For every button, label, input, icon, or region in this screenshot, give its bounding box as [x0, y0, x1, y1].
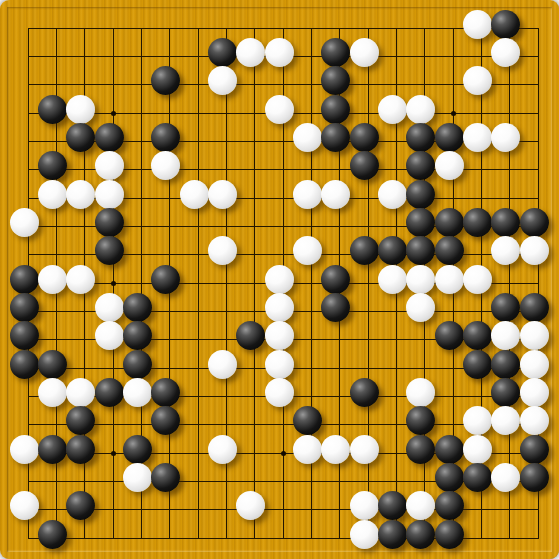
black-stone [123, 435, 152, 464]
board-point-8-2[interactable] [241, 71, 269, 99]
board-point-5-18[interactable] [156, 524, 184, 552]
board-point-16-5[interactable] [468, 156, 496, 184]
board-point-7-18[interactable] [213, 524, 241, 552]
black-stone [95, 208, 124, 237]
white-stone [350, 38, 379, 67]
board-point-8-8[interactable] [241, 241, 269, 269]
board-point-7-9[interactable] [213, 269, 241, 297]
board-point-10-11[interactable] [298, 326, 326, 354]
board-point-7-13[interactable] [213, 383, 241, 411]
white-stone [463, 10, 492, 39]
board-point-18-5[interactable] [524, 156, 552, 184]
board-frame [0, 0, 559, 559]
board-point-5-10[interactable] [156, 298, 184, 326]
white-stone [520, 378, 549, 407]
board-point-8-5[interactable] [241, 156, 269, 184]
board-point-0-1[interactable] [14, 43, 42, 71]
black-stone [10, 265, 39, 294]
black-stone [520, 463, 549, 492]
board-point-4-7[interactable] [128, 213, 156, 241]
board-point-2-0[interactable] [71, 14, 99, 42]
black-stone [350, 378, 379, 407]
white-stone [265, 378, 294, 407]
board-point-9-18[interactable] [269, 524, 297, 552]
white-stone [378, 265, 407, 294]
white-stone [350, 435, 379, 464]
board-point-12-11[interactable] [354, 326, 382, 354]
board-point-6-11[interactable] [184, 326, 212, 354]
white-stone [180, 180, 209, 209]
board-point-5-7[interactable] [156, 213, 184, 241]
board-point-3-14[interactable] [99, 411, 127, 439]
board-point-7-4[interactable] [213, 128, 241, 156]
white-stone [208, 180, 237, 209]
board-point-18-18[interactable] [524, 524, 552, 552]
board-point-17-2[interactable] [496, 71, 524, 99]
board-point-15-13[interactable] [439, 383, 467, 411]
board-point-14-1[interactable] [411, 43, 439, 71]
white-stone [265, 350, 294, 379]
black-stone [463, 350, 492, 379]
board-point-9-7[interactable] [269, 213, 297, 241]
board-point-18-2[interactable] [524, 71, 552, 99]
white-stone [378, 95, 407, 124]
board-point-17-5[interactable] [496, 156, 524, 184]
board-point-1-10[interactable] [43, 298, 71, 326]
board-point-6-16[interactable] [184, 468, 212, 496]
board-point-4-0[interactable] [128, 14, 156, 42]
board-point-6-3[interactable] [184, 99, 212, 127]
board-point-2-1[interactable] [71, 43, 99, 71]
white-stone [265, 265, 294, 294]
board-point-1-7[interactable] [43, 213, 71, 241]
black-stone [435, 520, 464, 549]
board-point-4-1[interactable] [128, 43, 156, 71]
black-stone [38, 95, 67, 124]
board-point-3-2[interactable] [99, 71, 127, 99]
white-stone [10, 208, 39, 237]
board-point-1-16[interactable] [43, 468, 71, 496]
board-point-1-1[interactable] [43, 43, 71, 71]
board-point-7-10[interactable] [213, 298, 241, 326]
board-point-18-3[interactable] [524, 99, 552, 127]
black-stone [10, 293, 39, 322]
white-stone [38, 265, 67, 294]
board-point-2-18[interactable] [71, 524, 99, 552]
board-point-6-7[interactable] [184, 213, 212, 241]
board-point-13-12[interactable] [383, 354, 411, 382]
black-stone [10, 350, 39, 379]
black-stone [435, 435, 464, 464]
white-stone [95, 180, 124, 209]
board-point-4-6[interactable] [128, 184, 156, 212]
black-stone [95, 378, 124, 407]
white-stone [10, 435, 39, 464]
white-stone [350, 520, 379, 549]
black-stone [520, 293, 549, 322]
board-point-6-17[interactable] [184, 496, 212, 524]
board-point-5-17[interactable] [156, 496, 184, 524]
board-point-3-1[interactable] [99, 43, 127, 71]
board-point-6-18[interactable] [184, 524, 212, 552]
board-point-10-18[interactable] [298, 524, 326, 552]
go-game-screenshot [0, 0, 559, 559]
board-point-9-5[interactable] [269, 156, 297, 184]
board-point-10-17[interactable] [298, 496, 326, 524]
white-stone [293, 435, 322, 464]
black-stone [435, 208, 464, 237]
black-stone [38, 435, 67, 464]
black-stone [350, 123, 379, 152]
board-point-1-0[interactable] [43, 14, 71, 42]
board-point-4-17[interactable] [128, 496, 156, 524]
board-point-17-18[interactable] [496, 524, 524, 552]
board-point-16-18[interactable] [468, 524, 496, 552]
board-point-11-11[interactable] [326, 326, 354, 354]
white-stone [38, 180, 67, 209]
white-stone [265, 38, 294, 67]
board-point-17-17[interactable] [496, 496, 524, 524]
board-point-0-4[interactable] [14, 128, 42, 156]
board-point-7-16[interactable] [213, 468, 241, 496]
board-point-8-15[interactable] [241, 439, 269, 467]
white-stone [208, 435, 237, 464]
board-point-11-16[interactable] [326, 468, 354, 496]
board-point-7-3[interactable] [213, 99, 241, 127]
white-stone [463, 265, 492, 294]
board-point-3-18[interactable] [99, 524, 127, 552]
board-point-8-14[interactable] [241, 411, 269, 439]
board-point-12-10[interactable] [354, 298, 382, 326]
board-point-11-7[interactable] [326, 213, 354, 241]
black-stone [95, 123, 124, 152]
black-stone [38, 520, 67, 549]
black-stone [435, 463, 464, 492]
white-stone [95, 293, 124, 322]
white-stone [463, 435, 492, 464]
white-stone [265, 293, 294, 322]
board-point-4-3[interactable] [128, 99, 156, 127]
board-point-13-1[interactable] [383, 43, 411, 71]
board-point-15-1[interactable] [439, 43, 467, 71]
board-point-4-8[interactable] [128, 241, 156, 269]
white-stone [265, 95, 294, 124]
board-point-18-0[interactable] [524, 14, 552, 42]
board-point-10-0[interactable] [298, 14, 326, 42]
board-point-11-12[interactable] [326, 354, 354, 382]
board-point-4-18[interactable] [128, 524, 156, 552]
board-point-6-0[interactable] [184, 14, 212, 42]
board-point-9-17[interactable] [269, 496, 297, 524]
board-point-10-12[interactable] [298, 354, 326, 382]
board-point-6-4[interactable] [184, 128, 212, 156]
board-point-12-2[interactable] [354, 71, 382, 99]
board-point-5-0[interactable] [156, 14, 184, 42]
black-stone [435, 123, 464, 152]
black-stone [378, 520, 407, 549]
board-point-3-0[interactable] [99, 14, 127, 42]
board-point-8-4[interactable] [241, 128, 269, 156]
board-point-13-0[interactable] [383, 14, 411, 42]
board-point-6-14[interactable] [184, 411, 212, 439]
white-stone [293, 180, 322, 209]
board-point-6-9[interactable] [184, 269, 212, 297]
black-stone [520, 208, 549, 237]
board-point-9-16[interactable] [269, 468, 297, 496]
black-stone [123, 350, 152, 379]
board-point-8-7[interactable] [241, 213, 269, 241]
black-stone [38, 350, 67, 379]
white-stone [435, 265, 464, 294]
board-point-13-11[interactable] [383, 326, 411, 354]
board-point-3-17[interactable] [99, 496, 127, 524]
board-point-6-10[interactable] [184, 298, 212, 326]
board-point-18-17[interactable] [524, 496, 552, 524]
board-point-8-6[interactable] [241, 184, 269, 212]
board-point-6-13[interactable] [184, 383, 212, 411]
white-stone [378, 180, 407, 209]
board-point-5-11[interactable] [156, 326, 184, 354]
board-point-0-0[interactable] [14, 14, 42, 42]
board-point-8-18[interactable] [241, 524, 269, 552]
board-point-18-4[interactable] [524, 128, 552, 156]
white-stone [520, 350, 549, 379]
white-stone [208, 350, 237, 379]
board-point-16-17[interactable] [468, 496, 496, 524]
board-point-10-16[interactable] [298, 468, 326, 496]
board-point-0-2[interactable] [14, 71, 42, 99]
board-point-14-0[interactable] [411, 14, 439, 42]
board-point-18-1[interactable] [524, 43, 552, 71]
black-stone [520, 435, 549, 464]
